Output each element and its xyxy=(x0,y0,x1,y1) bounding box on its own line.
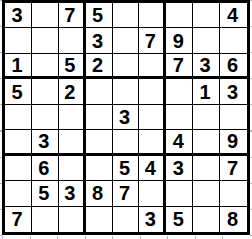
given-digit: 5 xyxy=(119,158,130,178)
cell-r5c8[interactable] xyxy=(193,105,220,130)
cell-r4c1[interactable]: 5 xyxy=(5,79,32,104)
cell-r9c4[interactable] xyxy=(86,207,113,232)
cell-r2c5[interactable] xyxy=(113,28,140,53)
cell-r6c1[interactable] xyxy=(5,130,32,155)
cell-r6c6[interactable] xyxy=(139,130,166,155)
given-digit: 2 xyxy=(92,55,103,75)
cell-r5c4[interactable] xyxy=(86,105,113,130)
cell-r4c5[interactable] xyxy=(113,79,140,104)
cell-r6c8[interactable] xyxy=(193,130,220,155)
cell-r7c2[interactable]: 6 xyxy=(32,156,59,181)
cell-r5c9[interactable] xyxy=(220,105,247,130)
cell-r2c7[interactable]: 9 xyxy=(166,28,193,53)
cell-r7c7[interactable]: 3 xyxy=(166,156,193,181)
cell-r4c8[interactable]: 1 xyxy=(193,79,220,104)
given-digit: 5 xyxy=(38,183,49,203)
given-digit: 3 xyxy=(64,183,75,203)
given-digit: 5 xyxy=(11,82,22,102)
cell-r4c9[interactable]: 3 xyxy=(220,79,247,104)
given-digit: 3 xyxy=(200,55,211,75)
cell-r9c6[interactable]: 3 xyxy=(139,207,166,232)
cell-r8c9[interactable] xyxy=(220,181,247,206)
given-digit: 3 xyxy=(119,107,130,127)
given-digit: 5 xyxy=(92,5,103,25)
cell-r3c3[interactable]: 5 xyxy=(59,54,86,79)
cell-r4c4[interactable] xyxy=(86,79,113,104)
given-digit: 9 xyxy=(227,131,238,151)
sudoku-board: 3754379152736521333496543753877358 xyxy=(2,0,250,235)
given-digit: 5 xyxy=(64,55,75,75)
given-digit: 1 xyxy=(11,55,22,75)
cell-r1c1[interactable]: 3 xyxy=(5,3,32,28)
given-digit: 7 xyxy=(119,183,130,203)
given-digit: 8 xyxy=(92,183,103,203)
cell-r1c6[interactable] xyxy=(139,3,166,28)
given-digit: 7 xyxy=(64,5,75,25)
cell-r7c8[interactable] xyxy=(193,156,220,181)
cell-r1c5[interactable] xyxy=(113,3,140,28)
cell-r9c2[interactable] xyxy=(32,207,59,232)
given-digit: 3 xyxy=(173,158,184,178)
cell-r5c1[interactable] xyxy=(5,105,32,130)
given-digit: 4 xyxy=(145,158,156,178)
given-digit: 8 xyxy=(227,209,238,229)
cell-r1c3[interactable]: 7 xyxy=(59,3,86,28)
cell-r2c6[interactable]: 7 xyxy=(139,28,166,53)
cell-r7c6[interactable]: 4 xyxy=(139,156,166,181)
cell-r2c2[interactable] xyxy=(32,28,59,53)
cell-r3c1[interactable]: 1 xyxy=(5,54,32,79)
cell-r6c7[interactable]: 4 xyxy=(166,130,193,155)
given-digit: 3 xyxy=(92,31,103,51)
cell-r6c3[interactable] xyxy=(59,130,86,155)
cell-r6c9[interactable]: 9 xyxy=(220,130,247,155)
given-digit: 3 xyxy=(38,131,49,151)
cell-r6c5[interactable] xyxy=(113,130,140,155)
cell-r4c3[interactable]: 2 xyxy=(59,79,86,104)
cell-r2c3[interactable] xyxy=(59,28,86,53)
given-digit: 3 xyxy=(145,209,156,229)
cell-r1c9[interactable]: 4 xyxy=(220,3,247,28)
cell-r3c8[interactable]: 3 xyxy=(193,54,220,79)
spreadsheet-gridline-ticks-right xyxy=(250,0,252,239)
cell-r1c4[interactable]: 5 xyxy=(86,3,113,28)
cell-r8c4[interactable]: 8 xyxy=(86,181,113,206)
cell-r8c1[interactable] xyxy=(5,181,32,206)
given-digit: 9 xyxy=(173,31,184,51)
cell-r5c3[interactable] xyxy=(59,105,86,130)
cell-r9c9[interactable]: 8 xyxy=(220,207,247,232)
cell-r9c8[interactable] xyxy=(193,207,220,232)
cell-r4c6[interactable] xyxy=(139,79,166,104)
sudoku-page: 3754379152736521333496543753877358 xyxy=(0,0,252,239)
cell-r5c2[interactable] xyxy=(32,105,59,130)
spreadsheet-gridline-ticks-bottom xyxy=(2,236,250,239)
cell-r9c1[interactable]: 7 xyxy=(5,207,32,232)
given-digit: 4 xyxy=(173,131,184,151)
cell-r5c7[interactable] xyxy=(166,105,193,130)
given-digit: 2 xyxy=(64,82,75,102)
cell-r7c5[interactable]: 5 xyxy=(113,156,140,181)
given-digit: 5 xyxy=(173,209,184,229)
cell-r3c4[interactable]: 2 xyxy=(86,54,113,79)
cell-r7c1[interactable] xyxy=(5,156,32,181)
given-digit: 6 xyxy=(227,55,238,75)
given-digit: 6 xyxy=(38,158,49,178)
cell-r3c5[interactable] xyxy=(113,54,140,79)
cell-r7c4[interactable] xyxy=(86,156,113,181)
cell-r4c7[interactable] xyxy=(166,79,193,104)
cell-r8c8[interactable] xyxy=(193,181,220,206)
cell-r6c4[interactable] xyxy=(86,130,113,155)
cell-r8c6[interactable] xyxy=(139,181,166,206)
cell-r8c5[interactable]: 7 xyxy=(113,181,140,206)
given-digit: 7 xyxy=(11,209,22,229)
cell-r1c2[interactable] xyxy=(32,3,59,28)
cell-r2c8[interactable] xyxy=(193,28,220,53)
given-digit: 1 xyxy=(200,82,211,102)
cell-r3c9[interactable]: 6 xyxy=(220,54,247,79)
cell-r8c7[interactable] xyxy=(166,181,193,206)
given-digit: 7 xyxy=(227,158,238,178)
cell-r3c7[interactable]: 7 xyxy=(166,54,193,79)
cell-r3c2[interactable] xyxy=(32,54,59,79)
cell-r7c9[interactable]: 7 xyxy=(220,156,247,181)
cell-r2c9[interactable] xyxy=(220,28,247,53)
cell-r1c7[interactable] xyxy=(166,3,193,28)
cell-r8c3[interactable]: 3 xyxy=(59,181,86,206)
cell-r7c3[interactable] xyxy=(59,156,86,181)
cell-r8c2[interactable]: 5 xyxy=(32,181,59,206)
given-digit: 3 xyxy=(11,5,22,25)
cell-r2c4[interactable]: 3 xyxy=(86,28,113,53)
cell-r2c1[interactable] xyxy=(5,28,32,53)
cell-r4c2[interactable] xyxy=(32,79,59,104)
given-digit: 7 xyxy=(145,31,156,51)
given-digit: 4 xyxy=(227,5,238,25)
cell-r1c8[interactable] xyxy=(193,3,220,28)
cell-r3c6[interactable] xyxy=(139,54,166,79)
cell-r5c5[interactable]: 3 xyxy=(113,105,140,130)
given-digit: 7 xyxy=(173,55,184,75)
cell-r9c5[interactable] xyxy=(113,207,140,232)
cell-r6c2[interactable]: 3 xyxy=(32,130,59,155)
given-digit: 3 xyxy=(227,82,238,102)
cell-r5c6[interactable] xyxy=(139,105,166,130)
cell-r9c3[interactable] xyxy=(59,207,86,232)
cell-r9c7[interactable]: 5 xyxy=(166,207,193,232)
